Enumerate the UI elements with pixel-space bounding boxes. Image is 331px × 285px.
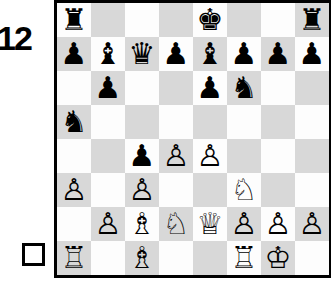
square-b5[interactable] [91,105,125,139]
black-pawn-icon: ♟ [95,71,122,105]
white-pawn-icon: ♙ [265,207,292,241]
square-d8[interactable] [159,3,193,37]
white-to-move-icon [22,243,45,266]
square-e7[interactable]: ♝ [193,37,227,71]
diagram-number: 12 [0,21,31,55]
white-pawn-icon: ♙ [95,207,122,241]
square-a4[interactable] [57,139,91,173]
square-b1[interactable] [91,241,125,275]
square-h8[interactable]: ♜ [295,3,329,37]
square-c6[interactable] [125,71,159,105]
black-pawn-icon: ♟ [129,139,156,173]
square-a3[interactable]: ♙ [57,173,91,207]
square-a8[interactable]: ♜ [57,3,91,37]
square-b3[interactable] [91,173,125,207]
square-a6[interactable] [57,71,91,105]
square-g7[interactable]: ♟ [261,37,295,71]
square-c5[interactable] [125,105,159,139]
square-c1[interactable]: ♗ [125,241,159,275]
square-f6[interactable]: ♞ [227,71,261,105]
square-h4[interactable] [295,139,329,173]
black-pawn-icon: ♟ [231,37,258,71]
black-knight-icon: ♞ [231,71,258,105]
chess-diagram-page: 12 ♜♚♜♟♝♛♟♝♟♟♟♟♟♞♞♟♙♙♙♙♘♙♗♘♕♙♙♙♖♗♖♔ [0,0,331,285]
square-b6[interactable]: ♟ [91,71,125,105]
square-f2[interactable]: ♙ [227,207,261,241]
white-pawn-icon: ♙ [163,139,190,173]
white-rook-icon: ♖ [231,241,258,275]
black-bishop-icon: ♝ [95,37,122,71]
white-pawn-icon: ♙ [197,139,224,173]
square-f3[interactable]: ♘ [227,173,261,207]
white-pawn-icon: ♙ [231,207,258,241]
black-bishop-icon: ♝ [197,37,224,71]
square-d6[interactable] [159,71,193,105]
square-e1[interactable] [193,241,227,275]
black-knight-icon: ♞ [61,105,88,139]
square-g1[interactable]: ♔ [261,241,295,275]
square-e3[interactable] [193,173,227,207]
square-a1[interactable]: ♖ [57,241,91,275]
square-d1[interactable] [159,241,193,275]
square-b4[interactable] [91,139,125,173]
square-g4[interactable] [261,139,295,173]
square-f4[interactable] [227,139,261,173]
square-d7[interactable]: ♟ [159,37,193,71]
square-h3[interactable] [295,173,329,207]
white-pawn-icon: ♙ [129,173,156,207]
square-g2[interactable]: ♙ [261,207,295,241]
square-h1[interactable] [295,241,329,275]
white-pawn-icon: ♙ [61,173,88,207]
square-h5[interactable] [295,105,329,139]
white-queen-icon: ♕ [197,207,224,241]
square-b8[interactable] [91,3,125,37]
square-h6[interactable] [295,71,329,105]
square-b2[interactable]: ♙ [91,207,125,241]
square-e6[interactable]: ♟ [193,71,227,105]
square-e2[interactable]: ♕ [193,207,227,241]
square-e5[interactable] [193,105,227,139]
black-pawn-icon: ♟ [299,37,326,71]
square-g8[interactable] [261,3,295,37]
square-d2[interactable]: ♘ [159,207,193,241]
white-knight-icon: ♘ [231,173,258,207]
square-g5[interactable] [261,105,295,139]
square-h7[interactable]: ♟ [295,37,329,71]
square-c7[interactable]: ♛ [125,37,159,71]
square-f7[interactable]: ♟ [227,37,261,71]
square-c8[interactable] [125,3,159,37]
square-c4[interactable]: ♟ [125,139,159,173]
black-pawn-icon: ♟ [61,37,88,71]
square-e4[interactable]: ♙ [193,139,227,173]
black-pawn-icon: ♟ [265,37,292,71]
square-a2[interactable] [57,207,91,241]
square-d3[interactable] [159,173,193,207]
square-h2[interactable]: ♙ [295,207,329,241]
black-rook-icon: ♜ [299,3,326,37]
black-rook-icon: ♜ [61,3,88,37]
square-g3[interactable] [261,173,295,207]
black-pawn-icon: ♟ [163,37,190,71]
chess-board: ♜♚♜♟♝♛♟♝♟♟♟♟♟♞♞♟♙♙♙♙♘♙♗♘♕♙♙♙♖♗♖♔ [54,0,331,278]
square-f5[interactable] [227,105,261,139]
black-pawn-icon: ♟ [197,71,224,105]
square-f8[interactable] [227,3,261,37]
white-king-icon: ♔ [265,241,292,275]
white-pawn-icon: ♙ [299,207,326,241]
white-bishop-icon: ♗ [129,207,156,241]
square-a5[interactable]: ♞ [57,105,91,139]
square-g6[interactable] [261,71,295,105]
square-e8[interactable]: ♚ [193,3,227,37]
square-f1[interactable]: ♖ [227,241,261,275]
square-c2[interactable]: ♗ [125,207,159,241]
black-queen-icon: ♛ [129,37,156,71]
white-bishop-icon: ♗ [129,241,156,275]
square-d4[interactable]: ♙ [159,139,193,173]
white-knight-icon: ♘ [163,207,190,241]
square-a7[interactable]: ♟ [57,37,91,71]
black-king-icon: ♚ [197,3,224,37]
square-c3[interactable]: ♙ [125,173,159,207]
square-b7[interactable]: ♝ [91,37,125,71]
square-d5[interactable] [159,105,193,139]
white-rook-icon: ♖ [61,241,88,275]
